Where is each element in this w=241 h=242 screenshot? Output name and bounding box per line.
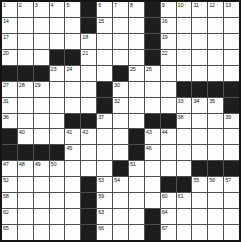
cell-r5-c10[interactable]: 26 (145, 66, 160, 81)
black-cell-r12-c6 (81, 177, 96, 192)
black-cell-r12-c12 (177, 177, 192, 192)
crossword-board: 1234567891011121314151617181920212223242… (0, 0, 241, 242)
black-cell-r4-c10 (145, 50, 160, 65)
cell-r15-c8[interactable] (113, 225, 128, 240)
black-cell-r4-c5 (65, 50, 80, 65)
clue-number-67: 67 (162, 225, 168, 231)
cell-r7-c1[interactable]: 31 (2, 98, 17, 113)
black-cell-r6-c14 (208, 82, 223, 97)
cell-r7-c8[interactable]: 32 (113, 98, 128, 113)
cell-r3-c2[interactable] (18, 34, 33, 49)
black-cell-r12-c11 (161, 177, 176, 192)
cell-r15-c14[interactable] (208, 225, 223, 240)
cell-r2-c4[interactable] (50, 18, 65, 33)
cell-r3-c1[interactable]: 17 (2, 34, 17, 49)
cell-r7-c2[interactable] (18, 98, 33, 113)
cell-r11-c12[interactable] (177, 161, 192, 176)
cell-r14-c7[interactable]: 63 (97, 209, 112, 224)
cell-r15-c2[interactable] (18, 225, 33, 240)
cell-r9-c12[interactable] (177, 129, 192, 144)
cell-r10-c8[interactable] (113, 145, 128, 160)
cell-r7-c13[interactable]: 34 (192, 98, 207, 113)
cell-r11-c2[interactable]: 48 (18, 161, 33, 176)
cell-r2-c9[interactable] (129, 18, 144, 33)
black-cell-r8-c11 (161, 114, 176, 129)
clue-number-36: 36 (3, 114, 9, 120)
cell-r15-c15[interactable] (224, 225, 239, 240)
cell-r5-c14[interactable] (208, 66, 223, 81)
clue-number-12: 12 (209, 2, 215, 8)
clue-number-51: 51 (130, 161, 136, 167)
black-cell-r1-c10 (145, 2, 160, 17)
clue-number-32: 32 (114, 98, 120, 104)
black-cell-r5-c2 (18, 66, 33, 81)
cell-r15-c1[interactable]: 65 (2, 225, 17, 240)
cell-r2-c8[interactable] (113, 18, 128, 33)
cell-r13-c4[interactable] (50, 193, 65, 208)
cell-r3-c14[interactable] (208, 34, 223, 49)
black-cell-r10-c4 (50, 145, 65, 160)
cell-r13-c15[interactable] (224, 193, 239, 208)
cell-r4-c9[interactable] (129, 50, 144, 65)
cell-r1-c11[interactable]: 9 (161, 2, 176, 17)
cell-r2-c14[interactable] (208, 18, 223, 33)
cell-r7-c5[interactable] (65, 98, 80, 113)
cell-r2-c1[interactable]: 14 (2, 18, 17, 33)
cell-r6-c4[interactable] (50, 82, 65, 97)
black-cell-r11-c13 (192, 161, 207, 176)
cell-r11-c7[interactable] (97, 161, 112, 176)
cell-r1-c13[interactable]: 11 (192, 2, 207, 17)
cell-r4-c6[interactable]: 21 (81, 50, 96, 65)
cell-r3-c3[interactable] (34, 34, 49, 49)
cell-r10-c14[interactable] (208, 145, 223, 160)
cell-r2-c2[interactable] (18, 18, 33, 33)
cell-r3-c8[interactable] (113, 34, 128, 49)
clue-number-21: 21 (82, 50, 88, 56)
cell-r3-c15[interactable] (224, 34, 239, 49)
clue-number-20: 20 (3, 50, 9, 56)
cell-r11-c11[interactable] (161, 161, 176, 176)
cell-r12-c3[interactable] (34, 177, 49, 192)
clue-number-8: 8 (130, 2, 133, 8)
cell-r3-c11[interactable]: 19 (161, 34, 176, 49)
cell-r13-c5[interactable] (65, 193, 80, 208)
clue-number-24: 24 (66, 66, 72, 72)
cell-r14-c3[interactable] (34, 209, 49, 224)
cell-r7-c12[interactable]: 33 (177, 98, 192, 113)
cell-r14-c12[interactable] (177, 209, 192, 224)
clue-number-38: 38 (178, 114, 184, 120)
cell-r1-c3[interactable]: 3 (34, 2, 49, 17)
clue-number-62: 62 (3, 209, 9, 215)
clue-number-7: 7 (114, 2, 117, 8)
cell-r4-c13[interactable] (192, 50, 207, 65)
cell-r14-c5[interactable] (65, 209, 80, 224)
black-cell-r14-c6 (81, 209, 96, 224)
black-cell-r2-c10 (145, 18, 160, 33)
cell-r5-c4[interactable]: 23 (50, 66, 65, 81)
clue-number-16: 16 (162, 18, 168, 24)
cell-r7-c3[interactable] (34, 98, 49, 113)
cell-r6-c2[interactable]: 28 (18, 82, 33, 97)
clue-number-65: 65 (3, 225, 9, 231)
clue-number-17: 17 (3, 34, 9, 40)
cell-r13-c7[interactable]: 59 (97, 193, 112, 208)
cell-r6-c11[interactable] (161, 82, 176, 97)
cell-r10-c6[interactable] (81, 145, 96, 160)
cell-r9-c2[interactable]: 40 (18, 129, 33, 144)
black-cell-r10-c3 (34, 145, 49, 160)
cell-r14-c11[interactable]: 64 (161, 209, 176, 224)
cell-r1-c7[interactable]: 6 (97, 2, 112, 17)
cell-r8-c4[interactable] (50, 114, 65, 129)
clue-number-39: 39 (225, 114, 231, 120)
clue-number-22: 22 (162, 50, 168, 56)
cell-r14-c2[interactable] (18, 209, 33, 224)
cell-r13-c2[interactable] (18, 193, 33, 208)
clue-number-26: 26 (146, 66, 152, 72)
clue-number-40: 40 (19, 129, 25, 135)
black-cell-r6-c12 (177, 82, 192, 97)
black-cell-r11-c14 (208, 161, 223, 176)
clue-number-2: 2 (19, 2, 22, 8)
clue-number-37: 37 (98, 114, 104, 120)
clue-number-27: 27 (3, 82, 9, 88)
cell-r11-c10[interactable] (145, 161, 160, 176)
cell-r11-c1[interactable]: 47 (2, 161, 17, 176)
cell-r13-c1[interactable]: 58 (2, 193, 17, 208)
cell-r9-c11[interactable]: 44 (161, 129, 176, 144)
cell-r10-c12[interactable] (177, 145, 192, 160)
cell-r13-c14[interactable] (208, 193, 223, 208)
cell-r11-c9[interactable]: 51 (129, 161, 144, 176)
clue-number-30: 30 (114, 82, 120, 88)
cell-r1-c2[interactable]: 2 (18, 2, 33, 17)
cell-r6-c10[interactable] (145, 82, 160, 97)
cell-r15-c7[interactable]: 66 (97, 225, 112, 240)
cell-r7-c9[interactable] (129, 98, 144, 113)
cell-r13-c10[interactable] (145, 193, 160, 208)
cell-r4-c8[interactable] (113, 50, 128, 65)
clue-number-28: 28 (19, 82, 25, 88)
cell-r15-c3[interactable] (34, 225, 49, 240)
clue-number-19: 19 (162, 34, 168, 40)
cell-r9-c14[interactable] (208, 129, 223, 144)
clue-number-61: 61 (178, 193, 184, 199)
cell-r13-c8[interactable] (113, 193, 128, 208)
black-cell-r10-c2 (18, 145, 33, 160)
cell-r4-c1[interactable]: 20 (2, 50, 17, 65)
clue-number-48: 48 (19, 161, 25, 167)
cell-r11-c6[interactable] (81, 161, 96, 176)
cell-r12-c5[interactable] (65, 177, 80, 192)
cell-r5-c15[interactable] (224, 66, 239, 81)
cell-r4-c3[interactable] (34, 50, 49, 65)
cell-r3-c4[interactable] (50, 34, 65, 49)
cell-r3-c13[interactable] (192, 34, 207, 49)
black-cell-r6-c15 (224, 82, 239, 97)
cell-r12-c8[interactable]: 54 (113, 177, 128, 192)
cell-r11-c4[interactable]: 50 (50, 161, 65, 176)
black-cell-r15-c6 (81, 225, 96, 240)
cell-r1-c12[interactable]: 10 (177, 2, 192, 17)
black-cell-r1-c6 (81, 2, 96, 17)
cell-r2-c12[interactable] (177, 18, 192, 33)
cell-r1-c8[interactable]: 7 (113, 2, 128, 17)
black-cell-r3-c10 (145, 34, 160, 49)
cell-r13-c11[interactable]: 60 (161, 193, 176, 208)
cell-r9-c3[interactable] (34, 129, 49, 144)
cell-r13-c9[interactable] (129, 193, 144, 208)
black-cell-r8-c10 (145, 114, 160, 129)
cell-r12-c2[interactable] (18, 177, 33, 192)
cell-r2-c13[interactable] (192, 18, 207, 33)
cell-r3-c12[interactable] (177, 34, 192, 49)
cell-r9-c13[interactable] (192, 129, 207, 144)
clue-number-25: 25 (130, 66, 136, 72)
cell-r4-c12[interactable] (177, 50, 192, 65)
clue-number-11: 11 (193, 2, 198, 8)
clue-number-3: 3 (35, 2, 38, 8)
black-cell-r6-c7 (97, 82, 112, 97)
black-cell-r5-c1 (2, 66, 17, 81)
cell-r12-c9[interactable] (129, 177, 144, 192)
black-cell-r11-c8 (113, 161, 128, 176)
cell-r2-c15[interactable] (224, 18, 239, 33)
clue-number-45: 45 (66, 145, 72, 151)
cell-r1-c1[interactable]: 1 (2, 2, 17, 17)
cell-r6-c9[interactable] (129, 82, 144, 97)
cell-r1-c9[interactable]: 8 (129, 2, 144, 17)
cell-r1-c15[interactable]: 13 (224, 2, 239, 17)
black-cell-r13-c6 (81, 193, 96, 208)
clue-number-43: 43 (146, 129, 152, 135)
cell-r8-c3[interactable] (34, 114, 49, 129)
clue-number-47: 47 (3, 161, 9, 167)
cell-r1-c5[interactable]: 5 (65, 2, 80, 17)
cell-r8-c9[interactable] (129, 114, 144, 129)
cell-r3-c7[interactable] (97, 34, 112, 49)
cell-r10-c7[interactable] (97, 145, 112, 160)
cell-r4-c11[interactable]: 22 (161, 50, 176, 65)
cell-r12-c1[interactable]: 52 (2, 177, 17, 192)
cell-r15-c11[interactable]: 67 (161, 225, 176, 240)
cell-r5-c7[interactable] (97, 66, 112, 81)
cell-r11-c5[interactable] (65, 161, 80, 176)
black-cell-r9-c9 (129, 129, 144, 144)
cell-r6-c6[interactable] (81, 82, 96, 97)
clue-number-31: 31 (3, 98, 9, 104)
cell-r3-c5[interactable] (65, 34, 80, 49)
cell-r14-c13[interactable] (192, 209, 207, 224)
cell-r9-c7[interactable] (97, 129, 112, 144)
black-cell-r8-c6 (81, 114, 96, 129)
cell-r15-c12[interactable] (177, 225, 192, 240)
cell-r10-c15[interactable] (224, 145, 239, 160)
clue-number-53: 53 (98, 177, 104, 183)
cell-r2-c3[interactable] (34, 18, 49, 33)
clue-number-60: 60 (162, 193, 168, 199)
cell-r7-c4[interactable] (50, 98, 65, 113)
cell-r7-c10[interactable] (145, 98, 160, 113)
cell-r2-c5[interactable] (65, 18, 80, 33)
cell-r3-c6[interactable]: 18 (81, 34, 96, 49)
cell-r8-c14[interactable] (208, 114, 223, 129)
cell-r8-c8[interactable] (113, 114, 128, 129)
clue-number-4: 4 (51, 2, 54, 8)
cell-r12-c10[interactable] (145, 177, 160, 192)
cell-r12-c7[interactable]: 53 (97, 177, 112, 192)
cell-r9-c15[interactable] (224, 129, 239, 144)
cell-r5-c11[interactable] (161, 66, 176, 81)
cell-r9-c10[interactable]: 43 (145, 129, 160, 144)
cell-r14-c15[interactable] (224, 209, 239, 224)
cell-r2-c7[interactable]: 15 (97, 18, 112, 33)
cell-r11-c3[interactable]: 49 (34, 161, 49, 176)
cell-r14-c4[interactable] (50, 209, 65, 224)
cell-r8-c13[interactable] (192, 114, 207, 129)
cell-r14-c8[interactable] (113, 209, 128, 224)
cell-r1-c4[interactable]: 4 (50, 2, 65, 17)
black-cell-r9-c1 (2, 129, 17, 144)
cell-r5-c12[interactable] (177, 66, 192, 81)
cell-r10-c13[interactable] (192, 145, 207, 160)
clue-number-44: 44 (162, 129, 168, 135)
cell-r12-c13[interactable]: 55 (192, 177, 207, 192)
clue-number-1: 1 (3, 2, 6, 8)
black-cell-r2-c6 (81, 18, 96, 33)
cell-r14-c9[interactable] (129, 209, 144, 224)
clue-number-59: 59 (98, 193, 104, 199)
black-cell-r6-c13 (192, 82, 207, 97)
clue-number-29: 29 (35, 82, 41, 88)
clue-number-33: 33 (178, 98, 184, 104)
cell-r7-c6[interactable] (81, 98, 96, 113)
clue-number-58: 58 (3, 193, 9, 199)
black-cell-r15-c10 (145, 225, 160, 240)
clue-number-6: 6 (98, 2, 101, 8)
cell-r10-c10[interactable]: 46 (145, 145, 160, 160)
cell-r6-c8[interactable]: 30 (113, 82, 128, 97)
cell-r9-c6[interactable]: 42 (81, 129, 96, 144)
clue-number-64: 64 (162, 209, 168, 215)
clue-number-5: 5 (66, 2, 69, 8)
cell-r15-c13[interactable] (192, 225, 207, 240)
cell-r7-c14[interactable]: 35 (208, 98, 223, 113)
black-cell-r10-c9 (129, 145, 144, 160)
cell-r12-c15[interactable]: 57 (224, 177, 239, 192)
cell-r6-c5[interactable] (65, 82, 80, 97)
clue-number-23: 23 (51, 66, 57, 72)
clue-number-46: 46 (146, 145, 152, 151)
cell-r4-c2[interactable] (18, 50, 33, 65)
cell-r14-c14[interactable] (208, 209, 223, 224)
cell-r8-c12[interactable]: 38 (177, 114, 192, 129)
cell-r4-c14[interactable] (208, 50, 223, 65)
cell-r13-c13[interactable] (192, 193, 207, 208)
cell-r5-c9[interactable]: 25 (129, 66, 144, 81)
cell-r15-c5[interactable] (65, 225, 80, 240)
clue-number-14: 14 (3, 18, 9, 24)
cell-r6-c1[interactable]: 27 (2, 82, 17, 97)
clue-number-35: 35 (209, 98, 215, 104)
clue-number-34: 34 (193, 98, 199, 104)
clue-number-57: 57 (225, 177, 231, 183)
cell-r9-c5[interactable]: 41 (65, 129, 80, 144)
cell-r12-c14[interactable]: 56 (208, 177, 223, 192)
clue-number-15: 15 (98, 18, 104, 24)
cell-r15-c9[interactable] (129, 225, 144, 240)
clue-number-54: 54 (114, 177, 120, 183)
cell-r6-c3[interactable]: 29 (34, 82, 49, 97)
black-cell-r7-c15 (224, 98, 239, 113)
clue-number-66: 66 (98, 225, 104, 231)
cell-r15-c4[interactable] (50, 225, 65, 240)
cell-r8-c15[interactable]: 39 (224, 114, 239, 129)
cell-r7-c11[interactable] (161, 98, 176, 113)
clue-number-42: 42 (82, 129, 88, 135)
cell-r14-c1[interactable]: 62 (2, 209, 17, 224)
black-cell-r7-c7 (97, 98, 112, 113)
cell-r5-c6[interactable] (81, 66, 96, 81)
black-cell-r10-c1 (2, 145, 17, 160)
black-cell-r14-c10 (145, 209, 160, 224)
cell-r1-c14[interactable]: 12 (208, 2, 223, 17)
clue-number-9: 9 (162, 2, 165, 8)
cell-r9-c4[interactable] (50, 129, 65, 144)
clue-number-13: 13 (225, 2, 231, 8)
cell-r9-c8[interactable] (113, 129, 128, 144)
clue-number-63: 63 (98, 209, 104, 215)
black-cell-r11-c15 (224, 161, 239, 176)
cell-r5-c13[interactable] (192, 66, 207, 81)
clue-number-52: 52 (3, 177, 9, 183)
black-cell-r5-c8 (113, 66, 128, 81)
cell-r5-c5[interactable]: 24 (65, 66, 80, 81)
black-cell-r4-c4 (50, 50, 65, 65)
cell-r12-c4[interactable] (50, 177, 65, 192)
cell-r13-c3[interactable] (34, 193, 49, 208)
cell-r13-c12[interactable]: 61 (177, 193, 192, 208)
cell-r8-c7[interactable]: 37 (97, 114, 112, 129)
black-cell-r5-c3 (34, 66, 49, 81)
cell-r10-c11[interactable] (161, 145, 176, 160)
clue-number-41: 41 (66, 129, 72, 135)
clue-number-55: 55 (193, 177, 199, 183)
clue-number-49: 49 (35, 161, 41, 167)
cell-r3-c9[interactable] (129, 34, 144, 49)
clue-number-18: 18 (82, 34, 88, 40)
cell-r4-c7[interactable] (97, 50, 112, 65)
cell-r8-c2[interactable] (18, 114, 33, 129)
cell-r10-c5[interactable]: 45 (65, 145, 80, 160)
clue-number-50: 50 (51, 161, 57, 167)
cell-r4-c15[interactable] (224, 50, 239, 65)
cell-r2-c11[interactable]: 16 (161, 18, 176, 33)
clue-number-56: 56 (209, 177, 215, 183)
clue-number-10: 10 (178, 2, 184, 8)
black-cell-r8-c5 (65, 114, 80, 129)
cell-r8-c1[interactable]: 36 (2, 114, 17, 129)
